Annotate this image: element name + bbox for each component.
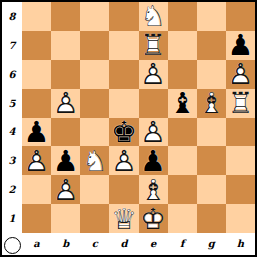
- square-b2[interactable]: ♟♙: [51, 175, 80, 204]
- file-label-b: b: [51, 233, 80, 253]
- rank-label-2: 2: [2, 175, 22, 204]
- square-c4[interactable]: [80, 118, 109, 147]
- piece-white-bishop[interactable]: ♝♗: [197, 89, 226, 118]
- square-d3[interactable]: ♟♙: [109, 146, 138, 175]
- piece-black-bishop[interactable]: ♝: [168, 89, 197, 118]
- piece-white-knight[interactable]: ♞♘: [80, 146, 109, 175]
- square-b8[interactable]: [51, 2, 80, 31]
- square-h8[interactable]: [226, 2, 255, 31]
- square-h7[interactable]: ♟: [226, 31, 255, 60]
- square-g5[interactable]: ♝♗: [197, 89, 226, 118]
- square-e1[interactable]: ♚♔: [139, 204, 168, 233]
- square-h1[interactable]: [226, 204, 255, 233]
- square-f3[interactable]: [168, 146, 197, 175]
- square-e3[interactable]: ♟: [139, 146, 168, 175]
- square-a4[interactable]: ♟: [22, 118, 51, 147]
- chess-board: ♞♘♜♖♟♟♙♟♙♟♙♝♝♗♜♖♟♚♟♙♟♙♟♞♘♟♙♟♟♙♝♗♛♕♚♔: [22, 2, 255, 233]
- square-c5[interactable]: [80, 89, 109, 118]
- square-d7[interactable]: [109, 31, 138, 60]
- square-g2[interactable]: [197, 175, 226, 204]
- square-f6[interactable]: [168, 60, 197, 89]
- square-d6[interactable]: [109, 60, 138, 89]
- square-g1[interactable]: [197, 204, 226, 233]
- piece-white-pawn[interactable]: ♟♙: [22, 146, 51, 175]
- rank-label-1: 1: [2, 204, 22, 233]
- piece-white-queen[interactable]: ♛♕: [109, 204, 138, 233]
- square-b5[interactable]: ♟♙: [51, 89, 80, 118]
- rank-label-3: 3: [2, 146, 22, 175]
- piece-white-knight[interactable]: ♞♘: [139, 2, 168, 31]
- square-h5[interactable]: ♜♖: [226, 89, 255, 118]
- square-f7[interactable]: [168, 31, 197, 60]
- square-g8[interactable]: [197, 2, 226, 31]
- piece-white-pawn[interactable]: ♟♙: [139, 118, 168, 147]
- square-c7[interactable]: [80, 31, 109, 60]
- square-c3[interactable]: ♞♘: [80, 146, 109, 175]
- square-f1[interactable]: [168, 204, 197, 233]
- square-g7[interactable]: [197, 31, 226, 60]
- square-h4[interactable]: [226, 118, 255, 147]
- file-label-c: c: [80, 233, 109, 253]
- chess-diagram: 8 7 6 5 4 3 2 1 ♞♘♜♖♟♟♙♟♙♟♙♝♝♗♜♖♟♚♟♙♟♙♟♞…: [0, 0, 257, 257]
- square-h2[interactable]: [226, 175, 255, 204]
- square-g4[interactable]: [197, 118, 226, 147]
- rank-labels: 8 7 6 5 4 3 2 1: [2, 2, 22, 233]
- piece-white-bishop[interactable]: ♝♗: [139, 175, 168, 204]
- file-label-d: d: [109, 233, 138, 253]
- piece-white-pawn[interactable]: ♟♙: [226, 60, 255, 89]
- piece-white-pawn[interactable]: ♟♙: [51, 175, 80, 204]
- rank-label-5: 5: [2, 89, 22, 118]
- square-f2[interactable]: [168, 175, 197, 204]
- square-e7[interactable]: ♜♖: [139, 31, 168, 60]
- square-f8[interactable]: [168, 2, 197, 31]
- square-e6[interactable]: ♟♙: [139, 60, 168, 89]
- square-f4[interactable]: [168, 118, 197, 147]
- square-b3[interactable]: ♟: [51, 146, 80, 175]
- square-c6[interactable]: [80, 60, 109, 89]
- rank-label-8: 8: [2, 2, 22, 31]
- square-a5[interactable]: [22, 89, 51, 118]
- piece-white-pawn[interactable]: ♟♙: [109, 146, 138, 175]
- square-e4[interactable]: ♟♙: [139, 118, 168, 147]
- square-g6[interactable]: [197, 60, 226, 89]
- square-d1[interactable]: ♛♕: [109, 204, 138, 233]
- square-e5[interactable]: [139, 89, 168, 118]
- square-f5[interactable]: ♝: [168, 89, 197, 118]
- square-d4[interactable]: ♚: [109, 118, 138, 147]
- square-b6[interactable]: [51, 60, 80, 89]
- square-a1[interactable]: [22, 204, 51, 233]
- piece-black-pawn[interactable]: ♟: [226, 31, 255, 60]
- square-c8[interactable]: [80, 2, 109, 31]
- side-to-move-indicator: [4, 237, 21, 254]
- rank-label-6: 6: [2, 60, 22, 89]
- square-a8[interactable]: [22, 2, 51, 31]
- square-e8[interactable]: ♞♘: [139, 2, 168, 31]
- square-c1[interactable]: [80, 204, 109, 233]
- piece-white-pawn[interactable]: ♟♙: [51, 89, 80, 118]
- piece-black-pawn[interactable]: ♟: [139, 146, 168, 175]
- piece-white-pawn[interactable]: ♟♙: [139, 60, 168, 89]
- square-b1[interactable]: [51, 204, 80, 233]
- square-d8[interactable]: [109, 2, 138, 31]
- piece-white-king[interactable]: ♚♔: [139, 204, 168, 233]
- square-b4[interactable]: [51, 118, 80, 147]
- square-d5[interactable]: [109, 89, 138, 118]
- square-c2[interactable]: [80, 175, 109, 204]
- file-labels: a b c d e f g h: [22, 233, 255, 253]
- square-h6[interactable]: ♟♙: [226, 60, 255, 89]
- square-a2[interactable]: [22, 175, 51, 204]
- square-a3[interactable]: ♟♙: [22, 146, 51, 175]
- square-d2[interactable]: [109, 175, 138, 204]
- file-label-g: g: [197, 233, 226, 253]
- piece-white-rook[interactable]: ♜♖: [226, 89, 255, 118]
- square-e2[interactable]: ♝♗: [139, 175, 168, 204]
- piece-white-rook[interactable]: ♜♖: [139, 31, 168, 60]
- square-a7[interactable]: [22, 31, 51, 60]
- file-label-h: h: [226, 233, 255, 253]
- square-g3[interactable]: [197, 146, 226, 175]
- square-h3[interactable]: [226, 146, 255, 175]
- rank-label-4: 4: [2, 118, 22, 147]
- file-label-a: a: [22, 233, 51, 253]
- piece-black-pawn[interactable]: ♟: [51, 146, 80, 175]
- file-label-e: e: [139, 233, 168, 253]
- piece-black-pawn[interactable]: ♟: [22, 118, 51, 147]
- piece-black-king[interactable]: ♚: [109, 118, 138, 147]
- square-b7[interactable]: [51, 31, 80, 60]
- square-a6[interactable]: [22, 60, 51, 89]
- rank-label-7: 7: [2, 31, 22, 60]
- file-label-f: f: [168, 233, 197, 253]
